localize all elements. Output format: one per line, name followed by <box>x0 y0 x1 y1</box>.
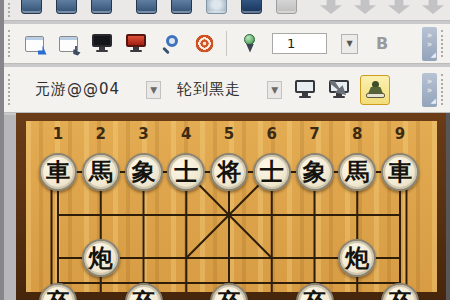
column-label: 8 <box>347 125 367 143</box>
piece-glyph: 卒 <box>217 286 241 300</box>
separator <box>226 31 227 56</box>
window-arrow-icon <box>25 36 44 52</box>
piece-black-士[interactable]: 士 <box>167 153 205 191</box>
column-label: 2 <box>91 125 111 143</box>
setup-icon[interactable] <box>171 0 192 14</box>
column-label: 6 <box>262 125 282 143</box>
toolbar-grip[interactable] <box>8 3 10 17</box>
piece-glyph: 炮 <box>345 242 369 274</box>
column-label: 1 <box>48 125 68 143</box>
toolbar-grip[interactable] <box>8 30 13 57</box>
turn-status: 轮到黑走 <box>177 80 241 99</box>
open-icon[interactable] <box>56 0 77 14</box>
piece-black-炮[interactable]: 炮 <box>82 239 120 277</box>
piece-black-将[interactable]: 将 <box>210 153 248 191</box>
piece-glyph: 馬 <box>89 156 113 188</box>
piece-glyph: 象 <box>303 156 327 188</box>
screen-red-button[interactable] <box>121 29 151 59</box>
piece-glyph: 卒 <box>303 286 327 300</box>
overflow-chevron[interactable]: »» <box>422 73 437 107</box>
watch-screen-button[interactable] <box>290 75 320 105</box>
b-button[interactable]: B <box>376 34 388 53</box>
toolbar-game: 元游@@04 ▼ 轮到黑走 ▼ »» <box>4 67 450 113</box>
toolbar-grip[interactable] <box>8 74 13 106</box>
window-hand-icon <box>59 36 78 52</box>
xiangqi-board[interactable]: 123456789車馬象士将士象馬車炮炮卒卒卒卒卒 <box>26 121 437 292</box>
hand-piece-icon <box>366 81 384 99</box>
column-label: 5 <box>219 125 239 143</box>
piece-black-馬[interactable]: 馬 <box>338 153 376 191</box>
red-monitor-icon <box>126 34 146 53</box>
chevron-down-icon[interactable]: ▼ <box>267 81 282 99</box>
monitor-arrow-icon <box>329 80 349 99</box>
piece-black-炮[interactable]: 炮 <box>338 239 376 277</box>
column-label: 4 <box>176 125 196 143</box>
target-icon <box>195 34 214 53</box>
board-icon[interactable] <box>136 0 157 14</box>
counter-dropdown-button[interactable]: ▼ <box>341 34 358 54</box>
target-button[interactable] <box>189 29 219 59</box>
green-pin-icon <box>242 34 256 54</box>
room-combobox[interactable]: 元游@@04 ▼ <box>29 75 167 105</box>
piece-black-車[interactable]: 車 <box>381 153 419 191</box>
piece-black-象[interactable]: 象 <box>296 153 334 191</box>
globe-icon[interactable] <box>206 0 227 14</box>
nav-next-icon[interactable] <box>388 0 410 14</box>
piece-glyph: 炮 <box>89 242 113 274</box>
toolbar-view: 1 ▼ B »» <box>4 24 450 64</box>
turn-combobox[interactable]: 轮到黑走 ▼ <box>171 75 288 105</box>
piece-glyph: 馬 <box>345 156 369 188</box>
copy-icon[interactable] <box>241 0 262 14</box>
nav-prev-icon[interactable] <box>354 0 376 14</box>
window-new-button[interactable] <box>19 29 49 59</box>
screen-dark-button[interactable] <box>87 29 117 59</box>
marker-button[interactable] <box>234 29 264 59</box>
piece-glyph: 車 <box>388 156 412 188</box>
black-monitor-icon <box>92 34 112 53</box>
toolbar-grip[interactable] <box>441 30 446 57</box>
magnifier-icon <box>160 34 180 54</box>
screen-edge <box>446 113 450 300</box>
window-select-button[interactable] <box>53 29 83 59</box>
nav-last-icon[interactable] <box>422 0 444 14</box>
app-window: 1 ▼ B »» 元游@@04 ▼ 轮到黑走 ▼ »» <box>0 0 450 300</box>
toolbar-main <box>4 0 450 21</box>
nav-first-icon[interactable] <box>320 0 342 14</box>
piece-glyph: 車 <box>46 156 70 188</box>
piece-black-車[interactable]: 車 <box>39 153 77 191</box>
column-label: 3 <box>134 125 154 143</box>
leave-screen-button[interactable] <box>324 75 354 105</box>
piece-glyph: 卒 <box>388 286 412 300</box>
piece-glyph: 士 <box>260 156 284 188</box>
overflow-chevron[interactable]: »» <box>422 27 437 61</box>
xiangqi-board-frame: 123456789車馬象士将士象馬車炮炮卒卒卒卒卒 <box>16 113 450 300</box>
new-icon[interactable] <box>21 0 42 14</box>
piece-black-象[interactable]: 象 <box>125 153 163 191</box>
monitor-icon <box>295 80 315 99</box>
piece-black-馬[interactable]: 馬 <box>82 153 120 191</box>
move-counter-field[interactable]: 1 <box>272 33 327 54</box>
paste-icon[interactable] <box>276 0 297 14</box>
save-icon[interactable] <box>91 0 112 14</box>
piece-glyph: 象 <box>132 156 156 188</box>
piece-glyph: 卒 <box>46 286 70 300</box>
zoom-button[interactable] <box>155 29 185 59</box>
piece-black-士[interactable]: 士 <box>253 153 291 191</box>
toolbar-grip[interactable] <box>441 74 446 106</box>
play-piece-button-selected[interactable] <box>360 75 390 105</box>
piece-glyph: 卒 <box>132 286 156 300</box>
room-name: 元游@@04 <box>35 80 120 99</box>
chevron-down-icon[interactable]: ▼ <box>146 81 161 99</box>
piece-glyph: 士 <box>174 156 198 188</box>
column-label: 9 <box>390 125 410 143</box>
column-label: 7 <box>305 125 325 143</box>
piece-glyph: 将 <box>217 156 241 188</box>
